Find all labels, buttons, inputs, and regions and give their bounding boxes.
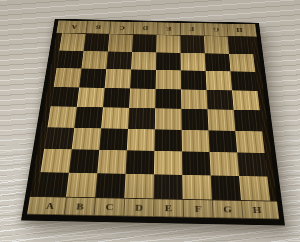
square-f2[interactable] — [182, 151, 211, 175]
square-d8[interactable] — [132, 35, 157, 52]
square-f5[interactable] — [181, 89, 207, 109]
square-c8[interactable] — [108, 34, 133, 51]
square-b8[interactable] — [84, 34, 110, 51]
square-d1[interactable] — [124, 173, 154, 198]
square-b6[interactable] — [79, 68, 106, 87]
square-e4[interactable] — [155, 108, 182, 129]
square-g4[interactable] — [207, 109, 235, 130]
file-label-bottom-f: F — [183, 200, 213, 217]
square-a6[interactable] — [54, 68, 82, 87]
table-surface: ABCDEFGH ABCDEFGH — [0, 0, 300, 242]
square-h2[interactable] — [237, 152, 267, 176]
square-e2[interactable] — [154, 151, 182, 175]
chessboard: ABCDEFGH ABCDEFGH — [21, 19, 285, 226]
square-c6[interactable] — [105, 69, 131, 88]
square-c5[interactable] — [103, 88, 130, 108]
square-g7[interactable] — [205, 53, 231, 71]
square-b1[interactable] — [66, 172, 97, 197]
square-g3[interactable] — [208, 130, 237, 152]
file-label-bottom-c: C — [94, 198, 125, 215]
square-f1[interactable] — [182, 175, 212, 200]
square-a3[interactable] — [44, 127, 74, 149]
square-h1[interactable] — [239, 176, 270, 201]
square-g6[interactable] — [206, 71, 232, 90]
file-label-top-a: A — [62, 21, 87, 34]
square-c4[interactable] — [101, 107, 129, 128]
square-g8[interactable] — [204, 36, 229, 53]
square-f3[interactable] — [182, 130, 210, 152]
file-labels-bottom: ABCDEFGH — [27, 196, 279, 219]
square-f8[interactable] — [180, 36, 204, 53]
square-d6[interactable] — [130, 69, 156, 88]
square-c3[interactable] — [99, 128, 128, 150]
square-e1[interactable] — [153, 174, 182, 199]
square-g2[interactable] — [210, 152, 239, 176]
square-h3[interactable] — [235, 131, 264, 153]
square-d7[interactable] — [131, 52, 156, 70]
square-a5[interactable] — [51, 87, 79, 107]
square-c7[interactable] — [106, 51, 132, 69]
square-d4[interactable] — [128, 108, 155, 129]
file-label-top-f: F — [180, 23, 204, 36]
square-e3[interactable] — [154, 129, 182, 151]
file-label-bottom-b: B — [64, 198, 95, 215]
square-e8[interactable] — [156, 35, 180, 52]
file-label-top-c: C — [109, 21, 133, 34]
square-d2[interactable] — [126, 150, 155, 174]
square-c1[interactable] — [95, 173, 125, 198]
square-a1[interactable] — [37, 172, 69, 197]
file-label-bottom-d: D — [123, 199, 153, 216]
file-label-top-b: B — [86, 21, 111, 34]
square-a2[interactable] — [41, 149, 72, 173]
square-e6[interactable] — [156, 70, 181, 89]
square-b5[interactable] — [77, 87, 105, 107]
file-label-top-g: G — [203, 23, 227, 36]
square-e5[interactable] — [155, 89, 181, 109]
square-b4[interactable] — [74, 107, 103, 128]
square-h6[interactable] — [230, 71, 257, 90]
square-f7[interactable] — [181, 53, 206, 71]
square-a4[interactable] — [47, 106, 76, 127]
square-b2[interactable] — [69, 149, 99, 173]
file-label-bottom-h: H — [241, 201, 272, 218]
file-label-top-e: E — [157, 22, 181, 35]
board-frame: ABCDEFGH ABCDEFGH — [21, 19, 285, 226]
square-f6[interactable] — [181, 70, 207, 89]
file-label-bottom-g: G — [212, 200, 243, 217]
square-h7[interactable] — [229, 54, 255, 72]
square-h8[interactable] — [228, 37, 254, 54]
square-h4[interactable] — [234, 110, 263, 131]
square-g1[interactable] — [211, 175, 241, 200]
square-a7[interactable] — [57, 50, 84, 68]
file-label-bottom-e: E — [153, 199, 183, 216]
square-h5[interactable] — [232, 90, 260, 110]
square-c2[interactable] — [97, 150, 127, 174]
square-f4[interactable] — [181, 109, 208, 130]
square-g5[interactable] — [207, 90, 234, 110]
square-b7[interactable] — [81, 51, 107, 69]
file-label-top-h: H — [227, 24, 252, 37]
square-b3[interactable] — [72, 127, 101, 149]
square-a8[interactable] — [59, 33, 85, 50]
square-e7[interactable] — [156, 52, 181, 70]
square-d3[interactable] — [127, 129, 155, 151]
file-label-bottom-a: A — [34, 197, 66, 214]
square-d5[interactable] — [129, 88, 156, 108]
file-label-top-d: D — [133, 22, 157, 35]
